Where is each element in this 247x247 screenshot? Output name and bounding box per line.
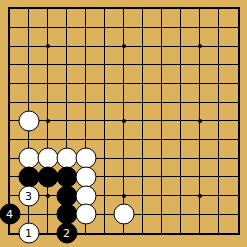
go-diagram: 3412 xyxy=(0,0,247,247)
grid-line-horizontal xyxy=(10,139,238,140)
grid-line-vertical xyxy=(180,9,181,233)
star-point xyxy=(46,119,50,123)
star-point xyxy=(122,44,126,48)
star-point xyxy=(198,44,202,48)
star-point xyxy=(46,44,50,48)
move-number-label: 4 xyxy=(6,209,13,220)
white-stone[interactable] xyxy=(18,110,39,131)
white-stone[interactable] xyxy=(113,204,134,225)
white-stone[interactable] xyxy=(75,204,96,225)
move-number-label: 1 xyxy=(25,228,32,239)
white-stone[interactable]: 3 xyxy=(18,185,39,206)
grid-line-vertical xyxy=(142,9,143,233)
star-point xyxy=(122,119,126,123)
grid-line-vertical xyxy=(161,9,162,233)
black-stone[interactable] xyxy=(37,166,58,187)
grid-line-vertical xyxy=(218,9,219,233)
go-board[interactable]: 3412 xyxy=(0,0,247,247)
move-number-label: 3 xyxy=(25,190,32,201)
white-stone[interactable]: 1 xyxy=(18,223,39,244)
black-stone[interactable]: 4 xyxy=(0,204,20,225)
star-point xyxy=(198,194,202,198)
move-number-label: 2 xyxy=(63,228,70,239)
star-point xyxy=(46,194,50,198)
black-stone[interactable]: 2 xyxy=(56,223,77,244)
star-point xyxy=(198,119,202,123)
star-point xyxy=(122,194,126,198)
